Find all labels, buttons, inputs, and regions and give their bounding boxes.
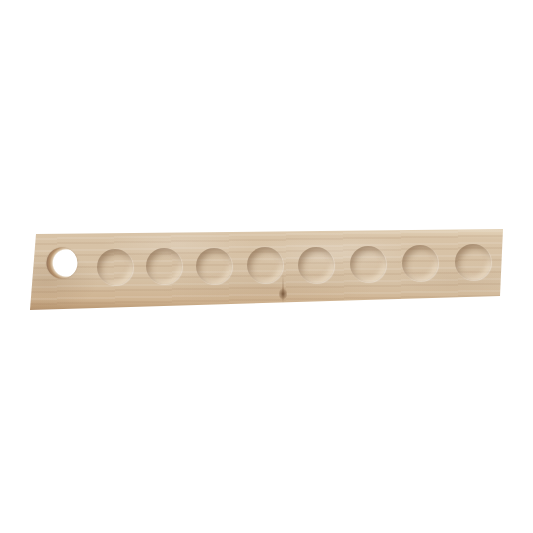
pit-2[interactable] — [146, 248, 182, 284]
pit-6[interactable] — [350, 246, 386, 282]
pit-1[interactable] — [97, 249, 133, 285]
pit-5[interactable] — [298, 247, 334, 283]
hanging-hole — [47, 248, 78, 279]
pit-7[interactable] — [402, 245, 438, 281]
pit-3[interactable] — [196, 248, 232, 284]
product-photo-canvas — [0, 0, 533, 533]
mancala-board — [28, 226, 508, 314]
wood-knot — [277, 286, 289, 302]
pit-8[interactable] — [455, 244, 491, 280]
pit-4[interactable] — [247, 247, 283, 283]
